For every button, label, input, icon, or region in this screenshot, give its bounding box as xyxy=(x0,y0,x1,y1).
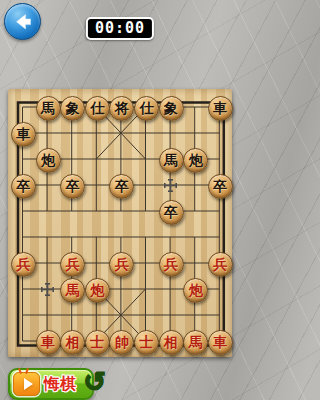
piece-black-a9[interactable]: 車 xyxy=(11,122,36,147)
piece-black-a7[interactable]: 卒 xyxy=(11,174,36,199)
piece-black-h8[interactable]: 炮 xyxy=(183,148,208,173)
piece-black-i7[interactable]: 卒 xyxy=(208,174,233,199)
xiangqi-board[interactable]: 馬象仕将仕象車車炮馬炮卒卒卒卒卒兵兵兵兵兵馬炮炮車相士帥士相馬車 xyxy=(8,89,232,357)
back-button[interactable] xyxy=(4,3,41,40)
antenna-icon xyxy=(18,368,22,374)
xiangqi-app-screen: { "game": "xiangqi", "app": { "timer": "… xyxy=(0,0,240,400)
piece-red-f1[interactable]: 士 xyxy=(134,330,159,355)
piece-black-e10[interactable]: 将 xyxy=(109,96,134,121)
piece-black-g10[interactable]: 象 xyxy=(159,96,184,121)
piece-black-c10[interactable]: 象 xyxy=(60,96,85,121)
piece-red-i4[interactable]: 兵 xyxy=(208,252,233,277)
piece-red-b1[interactable]: 車 xyxy=(36,330,61,355)
piece-black-g8[interactable]: 馬 xyxy=(159,148,184,173)
piece-black-b8[interactable]: 炮 xyxy=(36,148,61,173)
piece-red-a4[interactable]: 兵 xyxy=(11,252,36,277)
piece-black-c7[interactable]: 卒 xyxy=(60,174,85,199)
piece-red-e4[interactable]: 兵 xyxy=(109,252,134,277)
board-grid xyxy=(8,89,232,357)
antenna-icon xyxy=(25,368,29,374)
piece-black-e7[interactable]: 卒 xyxy=(109,174,134,199)
play-tv-icon xyxy=(13,372,40,396)
piece-red-h1[interactable]: 馬 xyxy=(183,330,208,355)
back-arrow-icon xyxy=(12,11,34,33)
play-triangle-icon xyxy=(24,378,33,390)
undo-arrow-icon: ↺ xyxy=(83,368,106,395)
undo-button-label: 悔棋 xyxy=(44,374,76,395)
piece-black-g6[interactable]: 卒 xyxy=(159,200,184,225)
piece-black-d10[interactable]: 仕 xyxy=(85,96,110,121)
piece-red-c4[interactable]: 兵 xyxy=(60,252,85,277)
piece-red-g1[interactable]: 相 xyxy=(159,330,184,355)
game-timer: 00:00 xyxy=(86,17,154,40)
piece-red-c1[interactable]: 相 xyxy=(60,330,85,355)
piece-black-b10[interactable]: 馬 xyxy=(36,96,61,121)
piece-red-h3[interactable]: 炮 xyxy=(183,278,208,303)
piece-red-c3[interactable]: 馬 xyxy=(60,278,85,303)
undo-move-button[interactable]: 悔棋 ↺ xyxy=(8,368,94,400)
piece-red-i1[interactable]: 車 xyxy=(208,330,233,355)
piece-red-d1[interactable]: 士 xyxy=(85,330,110,355)
piece-black-i10[interactable]: 車 xyxy=(208,96,233,121)
piece-red-g4[interactable]: 兵 xyxy=(159,252,184,277)
piece-black-f10[interactable]: 仕 xyxy=(134,96,159,121)
piece-red-d3[interactable]: 炮 xyxy=(85,278,110,303)
piece-red-e1[interactable]: 帥 xyxy=(109,330,134,355)
